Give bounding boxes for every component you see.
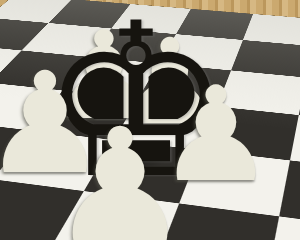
- pieces-layer: ♟♟♚♟♟♟: [0, 0, 300, 240]
- chess-scene: ♟♟♚♟♟♟: [0, 0, 300, 240]
- piece-white-pawn-front: ♟: [49, 107, 191, 240]
